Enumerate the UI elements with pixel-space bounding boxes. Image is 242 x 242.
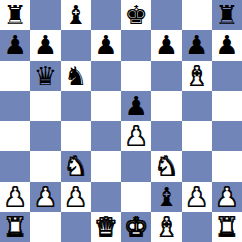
square-g5[interactable] — [182, 91, 212, 121]
piece-white-pawn[interactable]: ♟ — [185, 184, 208, 210]
piece-black-rook[interactable]: ♜ — [215, 2, 238, 28]
square-c1[interactable] — [61, 212, 91, 242]
square-f1[interactable]: ♝ — [151, 212, 181, 242]
square-c3[interactable]: ♞ — [61, 151, 91, 181]
piece-black-queen[interactable]: ♛ — [34, 63, 57, 89]
square-f6[interactable] — [151, 61, 181, 91]
square-d5[interactable] — [91, 91, 121, 121]
piece-white-rook[interactable]: ♜ — [215, 214, 238, 240]
square-h6[interactable] — [212, 61, 242, 91]
square-d4[interactable] — [91, 121, 121, 151]
square-g8[interactable] — [182, 0, 212, 30]
square-h3[interactable] — [212, 151, 242, 181]
square-d6[interactable] — [91, 61, 121, 91]
square-c4[interactable] — [61, 121, 91, 151]
square-c8[interactable]: ♝ — [61, 0, 91, 30]
square-g6[interactable]: ♝ — [182, 61, 212, 91]
square-d3[interactable] — [91, 151, 121, 181]
square-e3[interactable] — [121, 151, 151, 181]
square-e7[interactable] — [121, 30, 151, 60]
piece-white-knight[interactable]: ♞ — [155, 153, 178, 179]
square-b3[interactable] — [30, 151, 60, 181]
piece-white-rook[interactable]: ♜ — [3, 214, 26, 240]
square-a2[interactable]: ♟ — [0, 182, 30, 212]
square-f5[interactable] — [151, 91, 181, 121]
square-a7[interactable]: ♟ — [0, 30, 30, 60]
piece-white-king[interactable]: ♚ — [124, 214, 147, 240]
square-g2[interactable]: ♟ — [182, 182, 212, 212]
square-b6[interactable]: ♛ — [30, 61, 60, 91]
piece-black-pawn[interactable]: ♟ — [124, 93, 147, 119]
square-b1[interactable] — [30, 212, 60, 242]
piece-black-pawn[interactable]: ♟ — [94, 32, 117, 58]
square-d7[interactable]: ♟ — [91, 30, 121, 60]
square-c6[interactable]: ♞ — [61, 61, 91, 91]
piece-white-bishop[interactable]: ♝ — [155, 214, 178, 240]
piece-white-pawn[interactable]: ♟ — [64, 184, 87, 210]
square-g7[interactable]: ♟ — [182, 30, 212, 60]
square-h2[interactable]: ♟ — [212, 182, 242, 212]
square-a6[interactable] — [0, 61, 30, 91]
square-e8[interactable]: ♚ — [121, 0, 151, 30]
square-f4[interactable] — [151, 121, 181, 151]
square-h7[interactable]: ♟ — [212, 30, 242, 60]
square-d2[interactable] — [91, 182, 121, 212]
piece-black-knight[interactable]: ♞ — [64, 63, 87, 89]
square-a8[interactable]: ♜ — [0, 0, 30, 30]
square-a1[interactable]: ♜ — [0, 212, 30, 242]
square-e6[interactable] — [121, 61, 151, 91]
square-g1[interactable] — [182, 212, 212, 242]
square-g4[interactable] — [182, 121, 212, 151]
square-a5[interactable] — [0, 91, 30, 121]
square-e2[interactable] — [121, 182, 151, 212]
piece-black-rook[interactable]: ♜ — [3, 2, 26, 28]
chess-board: ♜♝♚♜♟♟♟♟♟♟♛♞♝♟♟♞♞♟♟♟♝♟♟♜♛♚♝♜ — [0, 0, 242, 242]
square-h8[interactable]: ♜ — [212, 0, 242, 30]
piece-white-bishop[interactable]: ♝ — [185, 63, 208, 89]
piece-white-pawn[interactable]: ♟ — [215, 184, 238, 210]
square-b5[interactable] — [30, 91, 60, 121]
piece-black-bishop[interactable]: ♝ — [64, 2, 87, 28]
piece-black-pawn[interactable]: ♟ — [215, 32, 238, 58]
square-c5[interactable] — [61, 91, 91, 121]
square-c7[interactable] — [61, 30, 91, 60]
square-f2[interactable]: ♝ — [151, 182, 181, 212]
square-a3[interactable] — [0, 151, 30, 181]
square-a4[interactable] — [0, 121, 30, 151]
square-h1[interactable]: ♜ — [212, 212, 242, 242]
piece-white-queen[interactable]: ♛ — [94, 214, 117, 240]
square-d1[interactable]: ♛ — [91, 212, 121, 242]
square-f7[interactable]: ♟ — [151, 30, 181, 60]
piece-white-pawn[interactable]: ♟ — [34, 184, 57, 210]
square-b4[interactable] — [30, 121, 60, 151]
piece-white-knight[interactable]: ♞ — [64, 153, 87, 179]
piece-white-pawn[interactable]: ♟ — [124, 123, 147, 149]
piece-white-pawn[interactable]: ♟ — [3, 184, 26, 210]
square-b8[interactable] — [30, 0, 60, 30]
piece-black-pawn[interactable]: ♟ — [34, 32, 57, 58]
square-h4[interactable] — [212, 121, 242, 151]
square-e1[interactable]: ♚ — [121, 212, 151, 242]
square-d8[interactable] — [91, 0, 121, 30]
square-e5[interactable]: ♟ — [121, 91, 151, 121]
square-g3[interactable] — [182, 151, 212, 181]
piece-black-pawn[interactable]: ♟ — [155, 32, 178, 58]
square-f3[interactable]: ♞ — [151, 151, 181, 181]
square-b7[interactable]: ♟ — [30, 30, 60, 60]
square-f8[interactable] — [151, 0, 181, 30]
square-b2[interactable]: ♟ — [30, 182, 60, 212]
piece-black-bishop[interactable]: ♝ — [155, 184, 178, 210]
square-h5[interactable] — [212, 91, 242, 121]
piece-black-king[interactable]: ♚ — [124, 2, 147, 28]
square-e4[interactable]: ♟ — [121, 121, 151, 151]
piece-black-pawn[interactable]: ♟ — [3, 32, 26, 58]
square-c2[interactable]: ♟ — [61, 182, 91, 212]
piece-black-pawn[interactable]: ♟ — [185, 32, 208, 58]
